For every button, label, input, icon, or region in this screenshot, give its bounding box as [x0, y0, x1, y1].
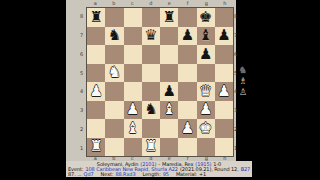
white-pawn-g3: ♟ — [199, 102, 212, 117]
square-c5 — [124, 64, 142, 83]
material-value: +1 — [199, 172, 206, 177]
white-knight-b5: ♞ — [108, 65, 121, 80]
square-b1 — [105, 138, 123, 157]
left-letterbox-bar — [0, 0, 66, 180]
file-label-a: a — [86, 0, 105, 6]
material-strip: ♞♗♙ — [237, 65, 249, 97]
length-label: Length: — [143, 172, 161, 177]
square-e1 — [160, 138, 178, 157]
square-h4: ♟ — [215, 82, 233, 101]
square-a1: ♜ — [87, 138, 105, 157]
square-a7 — [87, 27, 105, 46]
file-label-b: b — [105, 0, 124, 6]
white-bishop-c2: ♝ — [126, 121, 139, 136]
square-d5 — [142, 64, 160, 83]
square-f8 — [178, 8, 196, 27]
black-rook-a8: ♜ — [89, 10, 102, 25]
square-b3 — [105, 101, 123, 120]
black-pawn-e4: ♟ — [162, 84, 175, 99]
square-c1 — [124, 138, 142, 157]
move-number: 87. ... — [68, 172, 82, 177]
white-rook-a1: ♜ — [89, 139, 102, 154]
file-label-d: d — [142, 0, 161, 6]
material-label: Material: — [176, 172, 197, 177]
square-e3: ♝ — [160, 101, 178, 120]
square-g7: ♝ — [197, 27, 215, 46]
white-pawn-c3: ♟ — [126, 102, 139, 117]
square-g4: ♛ — [197, 82, 215, 101]
rank-label-6: 6 — [79, 45, 84, 64]
square-c3: ♟ — [124, 101, 142, 120]
white-queen-g4: ♛ — [199, 84, 212, 99]
black-queen-d7: ♛ — [144, 28, 157, 43]
eco-code: B27 — [241, 167, 251, 172]
material-black-knight-icon: ♞ — [239, 65, 247, 75]
square-d8 — [142, 8, 160, 27]
square-d6 — [142, 45, 160, 64]
square-g3: ♟ — [197, 101, 215, 120]
square-c6 — [124, 45, 142, 64]
square-b4 — [105, 82, 123, 101]
black-pawn-h7: ♟ — [217, 28, 230, 43]
file-labels-top: abcdefgh — [86, 0, 234, 6]
black-rook-e8: ♜ — [162, 10, 175, 25]
square-h3 — [215, 101, 233, 120]
square-b6 — [105, 45, 123, 64]
rank-label-1: 1 — [79, 138, 84, 157]
rank-label-8: 8 — [79, 7, 84, 26]
square-h2 — [215, 119, 233, 138]
square-h5 — [215, 64, 233, 83]
square-a2 — [87, 119, 105, 138]
black-pawn-g6: ♟ — [199, 47, 212, 62]
square-d2 — [142, 119, 160, 138]
square-a6 — [87, 45, 105, 64]
square-e6 — [160, 45, 178, 64]
square-c2: ♝ — [124, 119, 142, 138]
square-e7 — [160, 27, 178, 46]
file-label-g: g — [197, 0, 216, 6]
black-bishop-g7: ♝ — [199, 28, 212, 43]
length-value: 95 — [163, 172, 169, 177]
square-d1: ♜ — [142, 138, 160, 157]
next-label: Next: — [101, 172, 114, 177]
last-move: Qd7 — [84, 172, 94, 177]
file-label-e: e — [160, 0, 179, 6]
square-h7: ♟ — [215, 27, 233, 46]
square-c4 — [124, 82, 142, 101]
square-g5 — [197, 64, 215, 83]
square-h6 — [215, 45, 233, 64]
square-d7: ♛ — [142, 27, 160, 46]
rank-label-2: 2 — [79, 120, 84, 139]
file-label-c: c — [123, 0, 142, 6]
white-rook-d1: ♜ — [144, 139, 157, 154]
rank-label-3: 3 — [79, 101, 84, 120]
material-white-pawn-icon: ♙ — [239, 87, 247, 97]
square-b8 — [105, 8, 123, 27]
square-e4: ♟ — [160, 82, 178, 101]
square-g8: ♚ — [197, 8, 215, 27]
white-bishop-e3: ♝ — [162, 102, 175, 117]
black-pawn-f7: ♟ — [181, 28, 194, 43]
square-c8 — [124, 8, 142, 27]
square-e5 — [160, 64, 178, 83]
next-move: 88.Rxd3 — [115, 172, 135, 177]
square-f6 — [178, 45, 196, 64]
square-f2: ♟ — [178, 119, 196, 138]
rank-label-4: 4 — [79, 82, 84, 101]
white-king-g2: ♚ — [199, 121, 212, 136]
square-b7: ♞ — [105, 27, 123, 46]
white-pawn-h4: ♟ — [217, 84, 230, 99]
square-a5 — [87, 64, 105, 83]
square-f3 — [178, 101, 196, 120]
square-d3: ♞ — [142, 101, 160, 120]
square-h8 — [215, 8, 233, 27]
black-king-g8: ♚ — [199, 10, 212, 25]
square-b5: ♞ — [105, 64, 123, 83]
square-g1 — [197, 138, 215, 157]
square-b2 — [105, 119, 123, 138]
file-label-f: f — [179, 0, 198, 6]
square-f7: ♟ — [178, 27, 196, 46]
square-d4 — [142, 82, 160, 101]
square-e8: ♜ — [160, 8, 178, 27]
square-f5 — [178, 64, 196, 83]
material-white-bishop-icon: ♗ — [239, 76, 247, 86]
square-a8: ♜ — [87, 8, 105, 27]
rank-labels-left: 87654321 — [79, 7, 84, 157]
square-h1 — [215, 138, 233, 157]
caption-panel: Soleymani, Aydin (2101) - Maredia, Rex (… — [66, 161, 252, 177]
file-label-h: h — [216, 0, 235, 6]
black-knight-d3: ♞ — [144, 102, 157, 117]
square-f4 — [178, 82, 196, 101]
rank-label-7: 7 — [79, 26, 84, 45]
square-a4: ♟ — [87, 82, 105, 101]
white-pawn-f2: ♟ — [181, 121, 194, 136]
move-info-line: 87. ... Qd7 Next: 88.Rxd3 Length: 95 Mat… — [66, 172, 252, 177]
chess-board: ♜♜♚♞♛♟♝♟♟♞♟♟♛♟♟♞♝♟♝♟♚♜♜ — [86, 7, 234, 157]
square-c7 — [124, 27, 142, 46]
square-g6: ♟ — [197, 45, 215, 64]
square-g2: ♚ — [197, 119, 215, 138]
rank-label-5: 5 — [79, 63, 84, 82]
black-knight-b7: ♞ — [108, 28, 121, 43]
square-a3 — [87, 101, 105, 120]
white-pawn-a4: ♟ — [89, 84, 102, 99]
square-e2 — [160, 119, 178, 138]
square-f1 — [178, 138, 196, 157]
board-panel: abcdefgh abcdefgh 87654321 87654321 ♜♜♚♞… — [66, 0, 236, 161]
